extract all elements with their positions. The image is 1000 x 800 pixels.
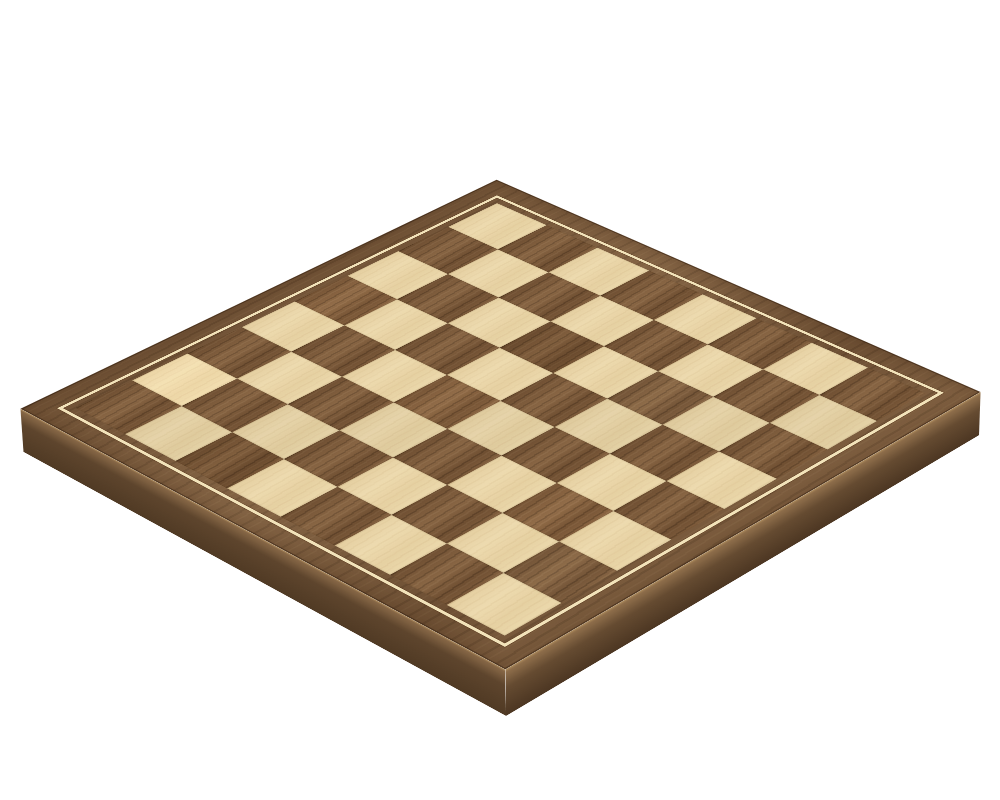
board-square bbox=[334, 515, 446, 575]
board-square bbox=[555, 399, 662, 454]
board-square bbox=[390, 543, 504, 604]
board-square bbox=[447, 573, 562, 636]
board-square bbox=[557, 453, 667, 510]
board-square bbox=[447, 400, 554, 455]
board-square bbox=[447, 513, 559, 573]
board-square bbox=[610, 425, 719, 481]
board-square bbox=[769, 395, 876, 450]
board-square bbox=[719, 423, 828, 479]
product-photo-background bbox=[0, 0, 1000, 800]
board-square bbox=[662, 397, 769, 452]
board-square bbox=[667, 452, 777, 509]
board-square bbox=[125, 406, 232, 461]
board-square bbox=[337, 457, 447, 514]
board-square bbox=[614, 481, 725, 540]
chess-board bbox=[20, 180, 980, 670]
board-square bbox=[502, 483, 613, 542]
board-grid bbox=[76, 203, 926, 636]
board-square bbox=[340, 402, 447, 457]
board-square bbox=[280, 487, 391, 546]
board-square bbox=[227, 459, 337, 516]
board-square bbox=[284, 430, 393, 486]
perspective-scene bbox=[0, 0, 1000, 800]
board-square bbox=[559, 511, 671, 571]
board-square bbox=[393, 429, 502, 485]
board-square bbox=[501, 427, 610, 483]
board-square bbox=[447, 455, 557, 512]
board-square bbox=[391, 485, 502, 544]
camera-tilt-wrapper bbox=[0, 0, 1000, 800]
board-top-surface bbox=[20, 180, 980, 670]
board-square bbox=[504, 541, 618, 602]
board-square bbox=[232, 404, 339, 459]
board-square bbox=[176, 432, 285, 488]
